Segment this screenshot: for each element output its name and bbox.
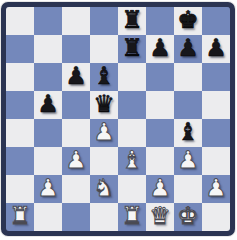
square-f1[interactable]: ♛ <box>146 203 174 231</box>
square-c4[interactable] <box>62 119 90 147</box>
black-pawn: ♟ <box>174 35 202 63</box>
square-f4[interactable] <box>146 119 174 147</box>
square-d4[interactable]: ♟ <box>90 119 118 147</box>
white-queen: ♛ <box>146 203 174 231</box>
square-b2[interactable]: ♟ <box>34 175 62 203</box>
square-d3[interactable] <box>90 147 118 175</box>
black-pawn: ♟ <box>62 63 90 91</box>
square-g8[interactable]: ♚ <box>174 7 202 35</box>
square-e7[interactable]: ♜ <box>118 35 146 63</box>
black-bishop: ♝ <box>174 119 202 147</box>
black-rook: ♜ <box>118 35 146 63</box>
square-a8[interactable] <box>6 7 34 35</box>
square-e3[interactable]: ♝ <box>118 147 146 175</box>
square-f6[interactable] <box>146 63 174 91</box>
square-c7[interactable] <box>62 35 90 63</box>
square-h1[interactable] <box>202 203 230 231</box>
square-a5[interactable] <box>6 91 34 119</box>
square-f5[interactable] <box>146 91 174 119</box>
square-g3[interactable]: ♟ <box>174 147 202 175</box>
white-pawn: ♟ <box>146 175 174 203</box>
square-a3[interactable] <box>6 147 34 175</box>
square-h4[interactable] <box>202 119 230 147</box>
square-g7[interactable]: ♟ <box>174 35 202 63</box>
square-d2[interactable]: ♞ <box>90 175 118 203</box>
square-b6[interactable] <box>34 63 62 91</box>
square-a6[interactable] <box>6 63 34 91</box>
square-e8[interactable]: ♜ <box>118 7 146 35</box>
square-h5[interactable] <box>202 91 230 119</box>
square-d6[interactable]: ♝ <box>90 63 118 91</box>
white-pawn: ♟ <box>34 175 62 203</box>
square-b1[interactable] <box>34 203 62 231</box>
square-c3[interactable]: ♟ <box>62 147 90 175</box>
square-b7[interactable] <box>34 35 62 63</box>
white-king: ♚ <box>174 203 202 231</box>
square-e1[interactable]: ♜ <box>118 203 146 231</box>
black-rook: ♜ <box>118 7 146 35</box>
square-c5[interactable] <box>62 91 90 119</box>
square-f2[interactable]: ♟ <box>146 175 174 203</box>
square-h2[interactable]: ♟ <box>202 175 230 203</box>
white-pawn: ♟ <box>174 147 202 175</box>
white-rook: ♜ <box>118 203 146 231</box>
white-bishop: ♝ <box>118 147 146 175</box>
square-e2[interactable] <box>118 175 146 203</box>
black-pawn: ♟ <box>202 35 230 63</box>
white-rook: ♜ <box>6 203 34 231</box>
chess-board-frame: ♜♚♜♟♟♟♟♝♟♛♟♝♟♝♟♟♞♟♟♜♜♛♚ <box>1 2 235 236</box>
square-b8[interactable] <box>34 7 62 35</box>
square-b4[interactable] <box>34 119 62 147</box>
square-e6[interactable] <box>118 63 146 91</box>
black-bishop: ♝ <box>90 63 118 91</box>
square-f8[interactable] <box>146 7 174 35</box>
square-e4[interactable] <box>118 119 146 147</box>
square-a2[interactable] <box>6 175 34 203</box>
white-knight: ♞ <box>90 175 118 203</box>
square-d8[interactable] <box>90 7 118 35</box>
white-pawn: ♟ <box>90 119 118 147</box>
square-h6[interactable] <box>202 63 230 91</box>
square-a1[interactable]: ♜ <box>6 203 34 231</box>
square-d1[interactable] <box>90 203 118 231</box>
square-c1[interactable] <box>62 203 90 231</box>
white-pawn: ♟ <box>202 175 230 203</box>
square-c8[interactable] <box>62 7 90 35</box>
black-pawn: ♟ <box>146 35 174 63</box>
square-g1[interactable]: ♚ <box>174 203 202 231</box>
white-pawn: ♟ <box>62 147 90 175</box>
square-a7[interactable] <box>6 35 34 63</box>
black-pawn: ♟ <box>34 91 62 119</box>
chess-board: ♜♚♜♟♟♟♟♝♟♛♟♝♟♝♟♟♞♟♟♜♜♛♚ <box>6 7 230 231</box>
square-d5[interactable]: ♛ <box>90 91 118 119</box>
square-c2[interactable] <box>62 175 90 203</box>
black-king: ♚ <box>174 7 202 35</box>
square-g4[interactable]: ♝ <box>174 119 202 147</box>
square-f3[interactable] <box>146 147 174 175</box>
square-g2[interactable] <box>174 175 202 203</box>
square-e5[interactable] <box>118 91 146 119</box>
square-g6[interactable] <box>174 63 202 91</box>
square-f7[interactable]: ♟ <box>146 35 174 63</box>
square-h7[interactable]: ♟ <box>202 35 230 63</box>
square-b5[interactable]: ♟ <box>34 91 62 119</box>
square-h8[interactable] <box>202 7 230 35</box>
square-h3[interactable] <box>202 147 230 175</box>
square-d7[interactable] <box>90 35 118 63</box>
square-g5[interactable] <box>174 91 202 119</box>
square-a4[interactable] <box>6 119 34 147</box>
square-c6[interactable]: ♟ <box>62 63 90 91</box>
square-b3[interactable] <box>34 147 62 175</box>
black-queen: ♛ <box>90 91 118 119</box>
